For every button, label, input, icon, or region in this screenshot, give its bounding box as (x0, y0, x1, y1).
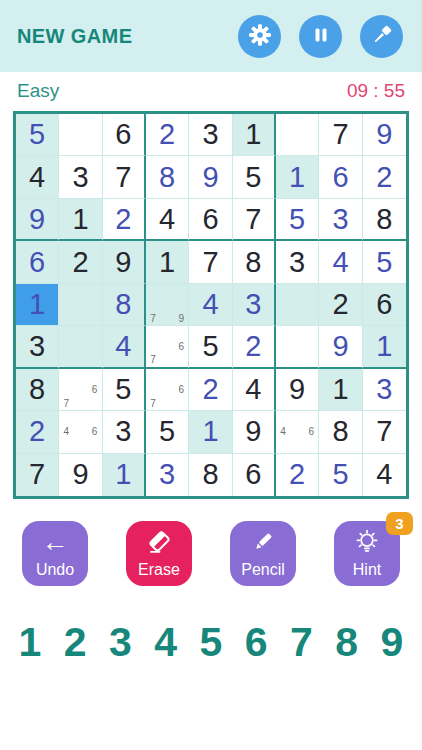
cell-r2c2[interactable]: 3 (59, 156, 102, 198)
cell-r5c7[interactable] (276, 284, 319, 326)
given-digit: 5 (245, 161, 261, 194)
given-digit: 8 (245, 246, 261, 279)
cell-r5c6[interactable]: 3 (233, 284, 276, 326)
user-digit: 5 (376, 246, 392, 279)
cell-r1c6[interactable]: 1 (233, 114, 276, 156)
cell-r3c8[interactable]: 3 (319, 199, 362, 241)
undo-button[interactable]: ← Undo (22, 521, 88, 586)
cell-r3c9[interactable]: 8 (363, 199, 406, 241)
cell-r2c8[interactable]: 6 (319, 156, 362, 198)
user-digit: 8 (159, 161, 175, 194)
cell-r5c8[interactable]: 2 (319, 284, 362, 326)
pencil-note: 7 (146, 396, 160, 410)
pencil-note: 6 (174, 340, 188, 353)
topbar-buttons (238, 15, 412, 58)
erase-button[interactable]: Erase (126, 521, 192, 586)
given-digit: 6 (202, 203, 218, 236)
numpad-key-2[interactable]: 2 (58, 622, 92, 663)
timer: 09 : 55 (347, 80, 405, 102)
cell-r7c6[interactable]: 4 (233, 369, 276, 411)
numpad-key-3[interactable]: 3 (104, 622, 138, 663)
pencil-note: 6 (88, 382, 102, 396)
given-digit: 1 (72, 203, 88, 236)
cell-r1c5[interactable]: 3 (189, 114, 232, 156)
given-digit: 9 (289, 373, 305, 406)
user-digit: 6 (332, 161, 348, 194)
user-digit: 4 (202, 288, 218, 321)
cell-r4c5[interactable]: 7 (189, 241, 232, 283)
undo-arrow-icon: ← (22, 526, 88, 558)
given-digit: 6 (115, 118, 131, 151)
cell-r9c8[interactable]: 5 (319, 454, 362, 496)
cell-r5c2[interactable] (59, 284, 102, 326)
given-digit: 3 (29, 330, 45, 363)
undo-label: Undo (36, 561, 74, 579)
cell-r6c8[interactable]: 9 (319, 326, 362, 368)
number-pad: 123456789 (0, 622, 422, 663)
cell-r1c7[interactable] (276, 114, 319, 156)
given-digit: 3 (202, 118, 218, 151)
cell-r1c8[interactable]: 7 (319, 114, 362, 156)
given-digit: 7 (376, 415, 392, 448)
user-digit: 2 (115, 203, 131, 236)
cell-r6c6[interactable]: 2 (233, 326, 276, 368)
cell-r4c6[interactable]: 8 (233, 241, 276, 283)
page-title: NEW GAME (17, 25, 132, 48)
numpad-key-5[interactable]: 5 (194, 622, 228, 663)
pencil-label: Pencil (241, 561, 285, 579)
user-digit: 6 (29, 246, 45, 279)
settings-button[interactable] (238, 15, 281, 58)
given-digit: 4 (245, 373, 261, 406)
given-digit: 3 (72, 161, 88, 194)
given-digit: 5 (159, 415, 175, 448)
lightbulb-icon (334, 526, 400, 558)
cell-r8c6[interactable]: 9 (233, 411, 276, 453)
cell-r8c5[interactable]: 1 (189, 411, 232, 453)
cell-r8c3[interactable]: 3 (103, 411, 146, 453)
cell-r8c8[interactable]: 8 (319, 411, 362, 453)
given-digit: 7 (29, 458, 45, 491)
given-digit: 6 (245, 458, 261, 491)
pencil-note: 7 (59, 396, 73, 410)
cell-r2c6[interactable]: 5 (233, 156, 276, 198)
given-digit: 5 (115, 373, 131, 406)
difficulty-label: Easy (17, 80, 59, 102)
numpad-key-6[interactable]: 6 (239, 622, 273, 663)
cell-r6c4[interactable]: 67 (146, 326, 189, 368)
toolbar: ← Undo Erase Pencil 3 (0, 521, 422, 586)
numpad-key-9[interactable]: 9 (375, 622, 409, 663)
cell-r9c7[interactable]: 2 (276, 454, 319, 496)
given-digit: 4 (376, 458, 392, 491)
cell-r8c9[interactable]: 7 (363, 411, 406, 453)
user-digit: 1 (289, 161, 305, 194)
cell-r9c6[interactable]: 6 (233, 454, 276, 496)
erase-label: Erase (138, 561, 180, 579)
cell-r6c1[interactable]: 3 (16, 326, 59, 368)
cell-r9c5[interactable]: 8 (189, 454, 232, 496)
cell-r4c7[interactable]: 3 (276, 241, 319, 283)
sudoku-grid: 5623179437895162912467538629178345187943… (13, 111, 409, 499)
given-digit: 1 (245, 118, 261, 151)
given-digit: 3 (289, 246, 305, 279)
user-digit: 3 (159, 458, 175, 491)
user-digit: 5 (332, 458, 348, 491)
given-digit: 7 (115, 161, 131, 194)
pencil-icon (230, 526, 296, 558)
user-digit: 9 (332, 330, 348, 363)
given-digit: 8 (332, 415, 348, 448)
cell-r5c9[interactable]: 6 (363, 284, 406, 326)
status-row: Easy 09 : 55 (0, 72, 422, 109)
user-digit: 2 (202, 373, 218, 406)
cell-r2c4[interactable]: 8 (146, 156, 189, 198)
numpad-key-8[interactable]: 8 (330, 622, 364, 663)
user-digit: 1 (376, 330, 392, 363)
numpad-key-1[interactable]: 1 (13, 622, 47, 663)
hint-label: Hint (353, 561, 381, 579)
given-digit: 3 (115, 415, 131, 448)
hint-button[interactable]: 3 Hint (334, 521, 400, 586)
cell-r1c9[interactable]: 9 (363, 114, 406, 156)
user-digit: 3 (332, 203, 348, 236)
cell-r6c3[interactable]: 4 (103, 326, 146, 368)
cell-r5c5[interactable]: 4 (189, 284, 232, 326)
cell-r8c2[interactable]: 46 (59, 411, 102, 453)
cell-r7c8[interactable]: 1 (319, 369, 362, 411)
pencil-note: 7 (146, 353, 160, 366)
cell-r9c2[interactable]: 9 (59, 454, 102, 496)
pencil-note: 6 (174, 382, 188, 396)
cell-r7c2[interactable]: 67 (59, 369, 102, 411)
user-digit: 5 (289, 203, 305, 236)
cell-r6c9[interactable]: 1 (363, 326, 406, 368)
cell-r2c3[interactable]: 7 (103, 156, 146, 198)
cell-r3c4[interactable]: 4 (146, 199, 189, 241)
theme-button[interactable] (360, 15, 403, 58)
given-digit: 9 (245, 415, 261, 448)
cell-r1c2[interactable] (59, 114, 102, 156)
user-digit: 2 (289, 458, 305, 491)
cell-r4c2[interactable]: 2 (59, 241, 102, 283)
cell-r7c3[interactable]: 5 (103, 369, 146, 411)
cell-r1c1[interactable]: 5 (16, 114, 59, 156)
cell-r3c2[interactable]: 1 (59, 199, 102, 241)
eraser-icon (126, 526, 192, 558)
numpad-key-7[interactable]: 7 (285, 622, 319, 663)
cell-r6c7[interactable] (276, 326, 319, 368)
cell-r1c4[interactable]: 2 (146, 114, 189, 156)
user-digit: 1 (115, 458, 131, 491)
user-digit: 5 (29, 118, 45, 151)
cell-r8c1[interactable]: 2 (16, 411, 59, 453)
user-digit: 9 (202, 161, 218, 194)
cell-r3c3[interactable]: 2 (103, 199, 146, 241)
cell-r7c1[interactable]: 8 (16, 369, 59, 411)
board-area: 5623179437895162912467538629178345187943… (0, 109, 422, 499)
user-digit: 2 (245, 330, 261, 363)
cell-r3c7[interactable]: 5 (276, 199, 319, 241)
cell-r3c5[interactable]: 6 (189, 199, 232, 241)
cell-r9c4[interactable]: 3 (146, 454, 189, 496)
user-digit: 4 (332, 246, 348, 279)
cell-r1c3[interactable]: 6 (103, 114, 146, 156)
gear-icon (247, 22, 273, 51)
cell-r3c6[interactable]: 7 (233, 199, 276, 241)
user-digit: 3 (376, 373, 392, 406)
pencil-note: 6 (88, 425, 102, 439)
pause-button[interactable] (299, 15, 342, 58)
given-digit: 9 (72, 458, 88, 491)
cell-r8c4[interactable]: 5 (146, 411, 189, 453)
pencil-note: 7 (146, 311, 160, 325)
cell-r7c5[interactable]: 2 (189, 369, 232, 411)
user-digit: 2 (376, 161, 392, 194)
cell-r4c4[interactable]: 1 (146, 241, 189, 283)
user-digit: 2 (29, 415, 45, 448)
given-digit: 2 (72, 246, 88, 279)
user-digit: 4 (115, 330, 131, 363)
cell-r2c1[interactable]: 4 (16, 156, 59, 198)
user-digit: 1 (202, 415, 218, 448)
pencil-note: 4 (59, 425, 73, 439)
given-digit: 7 (245, 203, 261, 236)
pencil-note: 6 (304, 425, 318, 439)
cell-r2c9[interactable]: 2 (363, 156, 406, 198)
given-digit: 1 (159, 246, 175, 279)
user-digit: 2 (159, 118, 175, 151)
given-digit: 1 (332, 373, 348, 406)
cell-r5c1[interactable]: 1 (16, 284, 59, 326)
numpad-key-4[interactable]: 4 (149, 622, 183, 663)
cell-r4c1[interactable]: 6 (16, 241, 59, 283)
user-digit: 9 (376, 118, 392, 151)
cell-r5c3[interactable]: 8 (103, 284, 146, 326)
cell-r9c3[interactable]: 1 (103, 454, 146, 496)
pencil-note: 4 (276, 425, 290, 439)
given-digit: 7 (202, 246, 218, 279)
cell-r3c1[interactable]: 9 (16, 199, 59, 241)
user-digit: 9 (29, 203, 45, 236)
user-digit: 8 (115, 288, 131, 321)
cell-r9c9[interactable]: 4 (363, 454, 406, 496)
given-digit: 8 (376, 203, 392, 236)
cell-r8c7[interactable]: 46 (276, 411, 319, 453)
cell-r5c4[interactable]: 79 (146, 284, 189, 326)
cell-r2c5[interactable]: 9 (189, 156, 232, 198)
given-digit: 5 (202, 330, 218, 363)
given-digit: 9 (115, 246, 131, 279)
cell-r4c8[interactable]: 4 (319, 241, 362, 283)
cell-r9c1[interactable]: 7 (16, 454, 59, 496)
cell-r6c2[interactable] (59, 326, 102, 368)
cell-r6c5[interactable]: 5 (189, 326, 232, 368)
top-bar: NEW GAME (0, 0, 422, 72)
pause-icon (309, 23, 333, 50)
cell-r7c9[interactable]: 3 (363, 369, 406, 411)
given-digit: 8 (202, 458, 218, 491)
user-digit: 1 (29, 288, 45, 321)
given-digit: 4 (29, 161, 45, 194)
cell-r4c3[interactable]: 9 (103, 241, 146, 283)
given-digit: 6 (376, 288, 392, 321)
given-digit: 7 (332, 118, 348, 151)
paintbrush-icon (369, 22, 395, 51)
given-digit: 2 (332, 288, 348, 321)
user-digit: 3 (245, 288, 261, 321)
cell-r2c7[interactable]: 1 (276, 156, 319, 198)
cell-r7c4[interactable]: 67 (146, 369, 189, 411)
pencil-note: 9 (174, 311, 188, 325)
cell-r7c7[interactable]: 9 (276, 369, 319, 411)
given-digit: 4 (159, 203, 175, 236)
cell-r4c9[interactable]: 5 (363, 241, 406, 283)
pencil-button[interactable]: Pencil (230, 521, 296, 586)
given-digit: 8 (29, 373, 45, 406)
